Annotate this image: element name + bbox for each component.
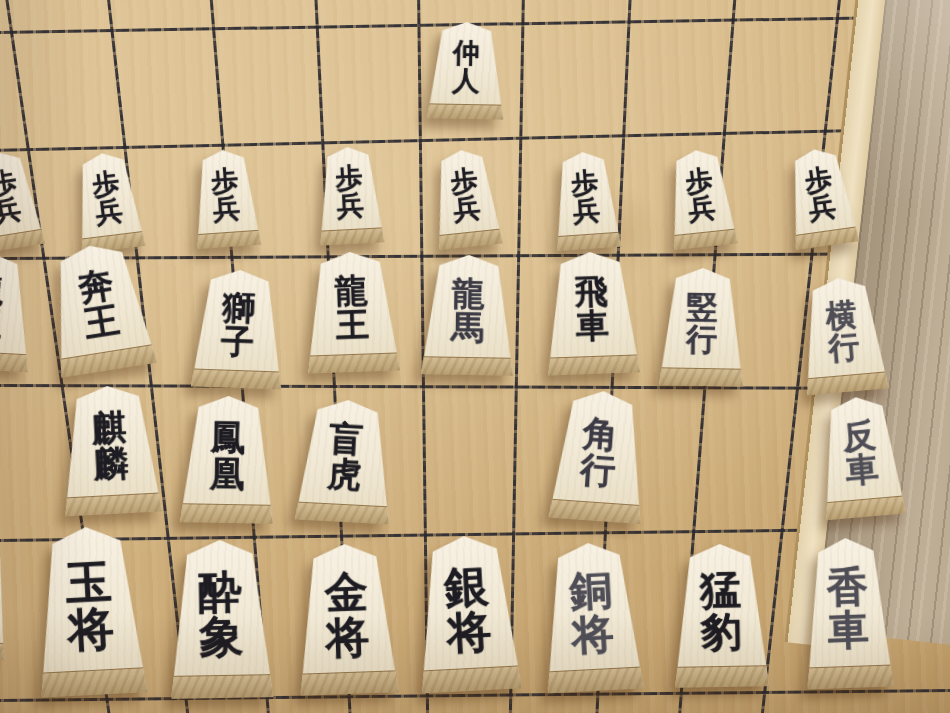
kanji-character: 兵: [687, 195, 717, 224]
kanji-character: 象: [199, 615, 244, 659]
piece-free-king[interactable]: 奔王: [51, 245, 148, 371]
board-cell-r2-c7[interactable]: [651, 385, 770, 540]
piece-side-edge: [421, 356, 513, 375]
piece-kanji-gold-general: 金将: [296, 554, 398, 674]
piece-wood-body: 獅子: [191, 268, 285, 389]
piece-kanji-vertical-mover: 竪行: [659, 277, 745, 370]
piece-kanji-pawn: 歩兵: [71, 157, 144, 240]
kanji-character: 兵: [94, 198, 124, 228]
piece-wood-body: 仲人: [427, 21, 505, 119]
kanji-character: 行: [579, 452, 616, 489]
board-cell-r5-c1[interactable]: [0, 32, 97, 150]
kanji-character: 兵: [807, 193, 837, 223]
piece-kanji-reverse-chariot: 反車: [817, 403, 905, 503]
piece-kanji-king: 玉将: [33, 538, 146, 674]
piece-wood-body: 猛豹: [673, 543, 769, 688]
piece-wood-body: 盲虎: [295, 398, 395, 525]
kanji-character: 車: [575, 310, 609, 343]
kanji-character: 竪: [687, 292, 719, 323]
piece-kanji-phoenix: 鳳凰: [180, 405, 275, 506]
piece-side-mover[interactable]: 横行: [802, 278, 884, 392]
piece-kanji-lance: 香車: [803, 549, 893, 669]
kanji-character: 将: [67, 606, 115, 653]
piece-side-edge: [179, 503, 272, 523]
piece-side-edge: [171, 674, 273, 699]
kanji-character: 馬: [451, 312, 485, 345]
piece-wood-body: 竪行: [659, 267, 745, 386]
piece-wood-body: 歩兵: [783, 145, 860, 250]
piece-wood-body: 角行: [549, 388, 650, 524]
piece-wood-body: 酔象: [169, 539, 274, 699]
piece-wood-body: 反車: [816, 394, 906, 521]
kanji-character: 龍: [0, 273, 4, 307]
kanji-character: 兵: [336, 193, 364, 221]
piece-wood-body: 龍王: [0, 250, 34, 373]
kanji-character: 子: [220, 326, 254, 359]
piece-kirin[interactable]: 麒麟: [62, 386, 159, 514]
piece-gold-general[interactable]: 金将: [0, 542, 12, 654]
piece-kanji-pawn: 歩兵: [191, 156, 260, 236]
kanji-character: 香: [826, 567, 868, 609]
piece-copper-general[interactable]: 銅将: [544, 543, 640, 691]
kanji-character: 盲: [328, 422, 364, 457]
piece-ferocious-leopard[interactable]: 猛豹: [674, 544, 768, 687]
piece-kanji-dragon-king: 龍王: [0, 259, 34, 356]
piece-wood-body: 鳳凰: [179, 395, 274, 524]
kanji-character: 将: [446, 609, 492, 654]
piece-kanji-ferocious-leopard: 猛豹: [673, 555, 769, 668]
kanji-character: 麒: [90, 410, 127, 446]
piece-wood-body: 麒麟: [58, 384, 162, 517]
piece-dragon-horse[interactable]: 龍馬: [422, 255, 514, 375]
kanji-character: 龍: [334, 275, 368, 308]
piece-silver-general[interactable]: 銀将: [418, 536, 518, 691]
piece-wood-body: 横行: [797, 275, 889, 396]
kanji-character: 飛: [574, 276, 608, 309]
piece-kanji-pawn: 歩兵: [784, 153, 858, 237]
piece-wood-body: 奔王: [41, 238, 157, 378]
piece-kanji-copper-general: 銅将: [541, 552, 643, 672]
piece-wood-body: 飛車: [544, 250, 640, 375]
piece-pawn[interactable]: 歩兵: [0, 152, 38, 249]
kanji-character: 銀: [443, 564, 489, 609]
piece-wood-body: 歩兵: [664, 147, 738, 250]
piece-kanji-blind-tiger: 盲虎: [296, 407, 395, 507]
kanji-character: 王: [81, 302, 121, 341]
piece-kanji-dragon-horse: 龍馬: [421, 264, 515, 359]
piece-go-between[interactable]: 仲人: [428, 22, 504, 119]
kanji-character: 車: [827, 609, 869, 651]
kanji-character: 酔: [198, 570, 243, 614]
kanji-character: 麟: [92, 446, 129, 482]
piece-bishop[interactable]: 角行: [553, 391, 645, 521]
kanji-character: 行: [686, 324, 718, 355]
kanji-character: 兵: [0, 196, 23, 226]
piece-wood-body: 歩兵: [316, 145, 385, 245]
piece-wood-body: 歩兵: [551, 150, 622, 251]
kanji-character: 兵: [212, 195, 241, 223]
piece-kanji-free-king: 奔王: [43, 248, 154, 360]
chu-shogi-board-photo: 仲人歩兵歩兵歩兵歩兵歩兵歩兵歩兵歩兵龍王奔王獅子龍王龍馬飛車竪行横行盲虎麒麟鳳凰…: [0, 0, 950, 713]
piece-dragon-king[interactable]: 龍王: [0, 252, 31, 370]
board-cell-r5-c8[interactable]: [742, 32, 850, 150]
piece-kanji-pawn: 歩兵: [0, 155, 43, 240]
kanji-character: 車: [844, 453, 880, 488]
piece-pawn[interactable]: 歩兵: [194, 150, 258, 247]
piece-drunk-elephant[interactable]: 酔象: [170, 540, 272, 698]
kanji-character: 王: [335, 309, 369, 342]
kanji-character: 猛: [700, 570, 742, 611]
kanji-character: 獅: [222, 292, 256, 325]
piece-kanji-pawn: 歩兵: [665, 155, 737, 237]
piece-rook[interactable]: 飛車: [546, 252, 638, 374]
piece-vertical-mover[interactable]: 竪行: [660, 268, 744, 386]
kanji-character: 歩: [335, 165, 363, 193]
piece-kanji-dragon-king: 龍王: [304, 260, 399, 357]
piece-pawn[interactable]: 歩兵: [554, 152, 618, 249]
kanji-character: 将: [571, 612, 615, 655]
kanji-character: 行: [827, 331, 861, 364]
kanji-character: 横: [825, 299, 859, 332]
piece-gold-general[interactable]: 金将: [298, 544, 396, 694]
piece-kanji-silver-general: 銀将: [415, 546, 521, 672]
piece-lance[interactable]: 香車: [805, 538, 891, 688]
kanji-character: 金: [324, 571, 368, 615]
piece-side-edge: [659, 368, 743, 387]
board-cell-r5-c2[interactable]: [97, 32, 203, 150]
piece-pawn[interactable]: 歩兵: [318, 147, 382, 244]
piece-side-edge: [675, 665, 769, 688]
piece-king[interactable]: 玉将: [37, 527, 143, 695]
piece-wood-body: 金将: [295, 542, 398, 695]
piece-kanji-go-between: 仲人: [427, 29, 504, 106]
kanji-character: 凰: [209, 456, 245, 491]
piece-dragon-king[interactable]: 龍王: [306, 252, 398, 372]
piece-reverse-chariot[interactable]: 反車: [821, 397, 901, 517]
piece-lion[interactable]: 獅子: [193, 270, 283, 388]
piece-wood-body: 歩兵: [191, 148, 262, 249]
board-cell-r5-c4[interactable]: [311, 32, 417, 150]
piece-wood-body: 龍馬: [421, 254, 515, 376]
board-cell-r5-c3[interactable]: [203, 32, 311, 150]
piece-kanji-bishop: 角行: [550, 398, 649, 506]
kanji-character: 角: [582, 416, 619, 453]
piece-wood-body: 銀将: [414, 533, 522, 693]
piece-side-edge: [427, 104, 503, 120]
piece-wood-body: 香車: [802, 537, 893, 690]
kanji-character: 王: [0, 307, 3, 341]
piece-pawn[interactable]: 歩兵: [434, 150, 498, 247]
kanji-character: 虎: [326, 457, 362, 492]
piece-blind-tiger[interactable]: 盲虎: [298, 400, 392, 522]
board-cell-r2-c5[interactable]: [412, 385, 531, 540]
piece-wood-body: 龍王: [304, 250, 400, 373]
piece-pawn[interactable]: 歩兵: [669, 150, 733, 247]
kanji-character: 龍: [452, 278, 486, 311]
piece-kanji-pawn: 歩兵: [316, 153, 384, 232]
kanji-character: 玉: [64, 559, 112, 606]
piece-kanji-lion: 獅子: [192, 278, 285, 373]
piece-kanji-pawn: 歩兵: [551, 158, 620, 238]
kanji-character: 鳳: [210, 420, 246, 455]
piece-wood-body: 玉将: [33, 524, 148, 697]
piece-pawn[interactable]: 歩兵: [789, 149, 853, 246]
board-cell-r5-c7[interactable]: [634, 32, 742, 150]
piece-kanji-rook: 飛車: [544, 260, 639, 358]
kanji-character: 銅: [569, 569, 613, 612]
piece-kanji-drunk-elephant: 酔象: [169, 552, 273, 677]
board-cell-r5-c6[interactable]: [525, 32, 635, 150]
piece-kanji-kirin: 麒麟: [59, 394, 161, 499]
piece-wood-body: 銅将: [540, 541, 644, 694]
kanji-character: 人: [452, 68, 479, 95]
piece-pawn[interactable]: 歩兵: [76, 153, 140, 250]
piece-wood-body: 歩兵: [429, 147, 503, 250]
kanji-character: 将: [325, 615, 369, 659]
kanji-character: 兵: [452, 195, 482, 224]
kanji-character: 豹: [700, 612, 742, 653]
piece-kanji-pawn: 歩兵: [430, 155, 502, 237]
piece-side-edge: [807, 664, 894, 689]
kanji-character: 兵: [572, 197, 601, 225]
piece-kanji-side-mover: 横行: [798, 284, 887, 380]
piece-blind-tiger[interactable]: 盲虎: [0, 398, 7, 518]
piece-phoenix[interactable]: 鳳凰: [181, 396, 274, 523]
kanji-character: 仲: [453, 40, 480, 67]
